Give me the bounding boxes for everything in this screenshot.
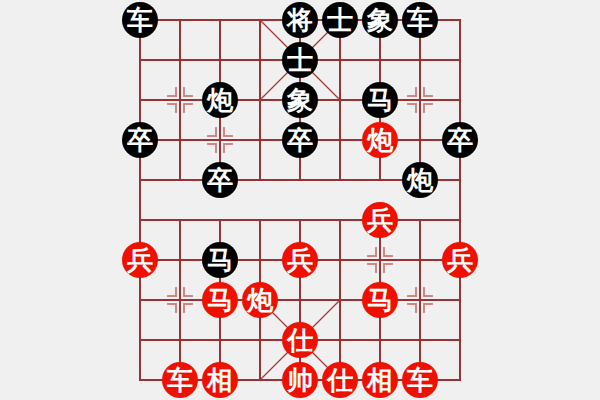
piece-black-cannon[interactable]: 炮 [402, 162, 438, 198]
piece-black-horse[interactable]: 马 [362, 82, 398, 118]
piece-black-soldier[interactable]: 卒 [442, 122, 478, 158]
piece-black-soldier[interactable]: 卒 [122, 122, 158, 158]
piece-red-soldier[interactable]: 兵 [442, 242, 478, 278]
piece-red-soldier[interactable]: 兵 [362, 202, 398, 238]
piece-black-horse[interactable]: 马 [202, 242, 238, 278]
piece-black-chariot[interactable]: 车 [122, 2, 158, 38]
piece-red-general[interactable]: 帅 [282, 362, 318, 398]
piece-black-cannon[interactable]: 炮 [202, 82, 238, 118]
piece-black-soldier[interactable]: 卒 [282, 122, 318, 158]
piece-red-soldier[interactable]: 兵 [122, 242, 158, 278]
xiangqi-board-stage: 车将士象车士炮象马卒卒炮卒卒炮兵兵马兵兵马炮马仕车相帅仕相车 [0, 0, 600, 400]
piece-black-soldier[interactable]: 卒 [202, 162, 238, 198]
piece-grid: 车将士象车士炮象马卒卒炮卒卒炮兵兵马兵兵马炮马仕车相帅仕相车 [120, 0, 480, 400]
piece-red-advisor[interactable]: 仕 [282, 322, 318, 358]
piece-black-elephant[interactable]: 象 [282, 82, 318, 118]
piece-red-horse[interactable]: 马 [202, 282, 238, 318]
piece-black-elephant[interactable]: 象 [362, 2, 398, 38]
piece-black-advisor[interactable]: 士 [282, 42, 318, 78]
piece-red-elephant[interactable]: 相 [362, 362, 398, 398]
piece-red-cannon[interactable]: 炮 [362, 122, 398, 158]
piece-black-advisor[interactable]: 士 [322, 2, 358, 38]
piece-red-chariot[interactable]: 车 [162, 362, 198, 398]
piece-red-cannon[interactable]: 炮 [242, 282, 278, 318]
piece-red-chariot[interactable]: 车 [402, 362, 438, 398]
piece-red-horse[interactable]: 马 [362, 282, 398, 318]
piece-black-general[interactable]: 将 [282, 2, 318, 38]
piece-black-chariot[interactable]: 车 [402, 2, 438, 38]
piece-red-soldier[interactable]: 兵 [282, 242, 318, 278]
piece-red-advisor[interactable]: 仕 [322, 362, 358, 398]
piece-red-elephant[interactable]: 相 [202, 362, 238, 398]
